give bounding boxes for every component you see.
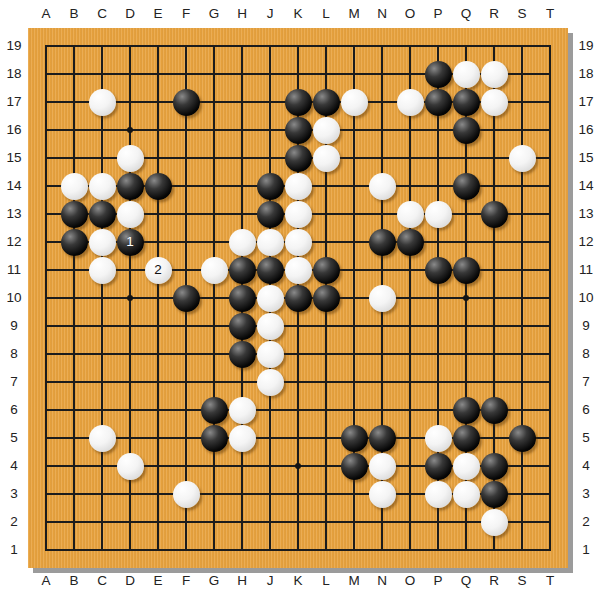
intersection-A5[interactable] [32, 424, 60, 452]
intersection-S11[interactable] [508, 256, 536, 284]
intersection-E14[interactable] [144, 172, 172, 200]
intersection-A2[interactable] [32, 508, 60, 536]
intersection-F19[interactable] [172, 32, 200, 60]
intersection-H2[interactable] [228, 508, 256, 536]
intersection-F5[interactable] [172, 424, 200, 452]
intersection-R12[interactable] [480, 228, 508, 256]
intersection-B13[interactable] [60, 200, 88, 228]
intersection-R14[interactable] [480, 172, 508, 200]
intersection-N4[interactable] [368, 452, 396, 480]
intersection-L2[interactable] [312, 508, 340, 536]
intersection-B2[interactable] [60, 508, 88, 536]
intersection-T1[interactable] [536, 536, 564, 564]
intersection-G4[interactable] [200, 452, 228, 480]
intersection-Q6[interactable] [452, 396, 480, 424]
intersection-G12[interactable] [200, 228, 228, 256]
intersection-N8[interactable] [368, 340, 396, 368]
intersection-K5[interactable] [284, 424, 312, 452]
intersection-C18[interactable] [88, 60, 116, 88]
intersection-M15[interactable] [340, 144, 368, 172]
intersection-N19[interactable] [368, 32, 396, 60]
intersection-S14[interactable] [508, 172, 536, 200]
intersection-K6[interactable] [284, 396, 312, 424]
intersection-C1[interactable] [88, 536, 116, 564]
intersection-P11[interactable] [424, 256, 452, 284]
intersection-N15[interactable] [368, 144, 396, 172]
intersection-O18[interactable] [396, 60, 424, 88]
intersection-R4[interactable] [480, 452, 508, 480]
intersection-D9[interactable] [116, 312, 144, 340]
intersection-M6[interactable] [340, 396, 368, 424]
intersection-K14[interactable] [284, 172, 312, 200]
intersection-N2[interactable] [368, 508, 396, 536]
intersection-P5[interactable] [424, 424, 452, 452]
intersection-K9[interactable] [284, 312, 312, 340]
intersection-F10[interactable] [172, 284, 200, 312]
intersection-Q3[interactable] [452, 480, 480, 508]
intersection-K1[interactable] [284, 536, 312, 564]
intersection-D1[interactable] [116, 536, 144, 564]
intersection-T16[interactable] [536, 116, 564, 144]
intersection-S6[interactable] [508, 396, 536, 424]
intersection-M16[interactable] [340, 116, 368, 144]
intersection-Q5[interactable] [452, 424, 480, 452]
intersection-L10[interactable] [312, 284, 340, 312]
intersection-L7[interactable] [312, 368, 340, 396]
intersection-L12[interactable] [312, 228, 340, 256]
intersection-H9[interactable] [228, 312, 256, 340]
intersection-J9[interactable] [256, 312, 284, 340]
intersection-D7[interactable] [116, 368, 144, 396]
intersection-C19[interactable] [88, 32, 116, 60]
intersection-P7[interactable] [424, 368, 452, 396]
intersection-A1[interactable] [32, 536, 60, 564]
intersection-G7[interactable] [200, 368, 228, 396]
intersection-B1[interactable] [60, 536, 88, 564]
intersection-E6[interactable] [144, 396, 172, 424]
intersection-R8[interactable] [480, 340, 508, 368]
intersection-A4[interactable] [32, 452, 60, 480]
intersection-T7[interactable] [536, 368, 564, 396]
intersection-T6[interactable] [536, 396, 564, 424]
intersection-P4[interactable] [424, 452, 452, 480]
intersection-O15[interactable] [396, 144, 424, 172]
intersection-H14[interactable] [228, 172, 256, 200]
intersection-E15[interactable] [144, 144, 172, 172]
intersection-G5[interactable] [200, 424, 228, 452]
intersection-N7[interactable] [368, 368, 396, 396]
intersection-E13[interactable] [144, 200, 172, 228]
intersection-S10[interactable] [508, 284, 536, 312]
intersection-J15[interactable] [256, 144, 284, 172]
intersection-O13[interactable] [396, 200, 424, 228]
intersection-J3[interactable] [256, 480, 284, 508]
intersection-M18[interactable] [340, 60, 368, 88]
intersection-A19[interactable] [32, 32, 60, 60]
intersection-J19[interactable] [256, 32, 284, 60]
intersection-T18[interactable] [536, 60, 564, 88]
intersection-D4[interactable] [116, 452, 144, 480]
intersection-F3[interactable] [172, 480, 200, 508]
intersection-C13[interactable] [88, 200, 116, 228]
intersection-D16[interactable] [116, 116, 144, 144]
intersection-Q11[interactable] [452, 256, 480, 284]
intersection-L14[interactable] [312, 172, 340, 200]
intersection-L6[interactable] [312, 396, 340, 424]
intersection-H1[interactable] [228, 536, 256, 564]
intersection-B5[interactable] [60, 424, 88, 452]
intersection-B11[interactable] [60, 256, 88, 284]
intersection-L11[interactable] [312, 256, 340, 284]
intersection-E1[interactable] [144, 536, 172, 564]
intersection-G18[interactable] [200, 60, 228, 88]
intersection-G13[interactable] [200, 200, 228, 228]
intersection-R7[interactable] [480, 368, 508, 396]
intersection-P13[interactable] [424, 200, 452, 228]
intersection-G11[interactable] [200, 256, 228, 284]
intersection-R3[interactable] [480, 480, 508, 508]
intersection-K13[interactable] [284, 200, 312, 228]
intersection-P19[interactable] [424, 32, 452, 60]
intersection-L9[interactable] [312, 312, 340, 340]
intersection-T8[interactable] [536, 340, 564, 368]
intersection-K10[interactable] [284, 284, 312, 312]
intersection-F4[interactable] [172, 452, 200, 480]
intersection-T10[interactable] [536, 284, 564, 312]
intersection-H7[interactable] [228, 368, 256, 396]
intersection-A12[interactable] [32, 228, 60, 256]
intersection-Q15[interactable] [452, 144, 480, 172]
intersection-D6[interactable] [116, 396, 144, 424]
intersection-R19[interactable] [480, 32, 508, 60]
intersection-C9[interactable] [88, 312, 116, 340]
intersection-T5[interactable] [536, 424, 564, 452]
intersection-Q4[interactable] [452, 452, 480, 480]
intersection-F14[interactable] [172, 172, 200, 200]
intersection-P8[interactable] [424, 340, 452, 368]
intersection-Q13[interactable] [452, 200, 480, 228]
intersection-Q17[interactable] [452, 88, 480, 116]
intersection-D2[interactable] [116, 508, 144, 536]
intersection-G6[interactable] [200, 396, 228, 424]
intersection-D8[interactable] [116, 340, 144, 368]
intersection-E7[interactable] [144, 368, 172, 396]
intersection-H18[interactable] [228, 60, 256, 88]
intersection-M9[interactable] [340, 312, 368, 340]
intersection-F15[interactable] [172, 144, 200, 172]
intersection-G3[interactable] [200, 480, 228, 508]
intersection-J6[interactable] [256, 396, 284, 424]
intersection-K8[interactable] [284, 340, 312, 368]
intersection-L5[interactable] [312, 424, 340, 452]
intersection-A9[interactable] [32, 312, 60, 340]
intersection-B14[interactable] [60, 172, 88, 200]
intersection-S9[interactable] [508, 312, 536, 340]
intersection-D3[interactable] [116, 480, 144, 508]
intersection-S16[interactable] [508, 116, 536, 144]
intersection-A7[interactable] [32, 368, 60, 396]
intersection-E12[interactable] [144, 228, 172, 256]
intersection-H12[interactable] [228, 228, 256, 256]
intersection-K2[interactable] [284, 508, 312, 536]
intersection-J4[interactable] [256, 452, 284, 480]
intersection-J17[interactable] [256, 88, 284, 116]
intersection-P15[interactable] [424, 144, 452, 172]
intersection-J16[interactable] [256, 116, 284, 144]
intersection-D19[interactable] [116, 32, 144, 60]
intersection-S12[interactable] [508, 228, 536, 256]
intersection-B12[interactable] [60, 228, 88, 256]
intersection-A13[interactable] [32, 200, 60, 228]
intersection-N13[interactable] [368, 200, 396, 228]
intersection-P2[interactable] [424, 508, 452, 536]
intersection-R6[interactable] [480, 396, 508, 424]
intersection-O12[interactable] [396, 228, 424, 256]
intersection-E8[interactable] [144, 340, 172, 368]
intersection-D18[interactable] [116, 60, 144, 88]
intersection-O10[interactable] [396, 284, 424, 312]
intersection-R16[interactable] [480, 116, 508, 144]
intersection-Q12[interactable] [452, 228, 480, 256]
intersection-H10[interactable] [228, 284, 256, 312]
intersection-O4[interactable] [396, 452, 424, 480]
intersection-L15[interactable] [312, 144, 340, 172]
intersection-E9[interactable] [144, 312, 172, 340]
intersection-O17[interactable] [396, 88, 424, 116]
intersection-S4[interactable] [508, 452, 536, 480]
intersection-A18[interactable] [32, 60, 60, 88]
intersection-K19[interactable] [284, 32, 312, 60]
intersection-H8[interactable] [228, 340, 256, 368]
intersection-Q8[interactable] [452, 340, 480, 368]
intersection-N3[interactable] [368, 480, 396, 508]
intersection-J14[interactable] [256, 172, 284, 200]
intersection-R10[interactable] [480, 284, 508, 312]
intersection-S18[interactable] [508, 60, 536, 88]
intersection-C2[interactable] [88, 508, 116, 536]
intersection-A10[interactable] [32, 284, 60, 312]
intersection-T19[interactable] [536, 32, 564, 60]
intersection-P6[interactable] [424, 396, 452, 424]
intersection-C8[interactable] [88, 340, 116, 368]
intersection-K4[interactable] [284, 452, 312, 480]
intersection-P1[interactable] [424, 536, 452, 564]
intersection-C11[interactable] [88, 256, 116, 284]
intersection-T15[interactable] [536, 144, 564, 172]
intersection-E11[interactable]: 2 [144, 256, 172, 284]
intersection-M12[interactable] [340, 228, 368, 256]
intersection-K18[interactable] [284, 60, 312, 88]
intersection-O5[interactable] [396, 424, 424, 452]
intersection-R9[interactable] [480, 312, 508, 340]
intersection-L18[interactable] [312, 60, 340, 88]
intersection-B15[interactable] [60, 144, 88, 172]
intersection-D15[interactable] [116, 144, 144, 172]
intersection-Q7[interactable] [452, 368, 480, 396]
intersection-L19[interactable] [312, 32, 340, 60]
intersection-N6[interactable] [368, 396, 396, 424]
intersection-J2[interactable] [256, 508, 284, 536]
intersection-H6[interactable] [228, 396, 256, 424]
intersection-F18[interactable] [172, 60, 200, 88]
intersection-B9[interactable] [60, 312, 88, 340]
intersection-G15[interactable] [200, 144, 228, 172]
intersection-R15[interactable] [480, 144, 508, 172]
intersection-L16[interactable] [312, 116, 340, 144]
intersection-H11[interactable] [228, 256, 256, 284]
go-board-grid[interactable]: 12 [32, 32, 564, 564]
intersection-J13[interactable] [256, 200, 284, 228]
intersection-K15[interactable] [284, 144, 312, 172]
intersection-J1[interactable] [256, 536, 284, 564]
intersection-Q19[interactable] [452, 32, 480, 60]
intersection-M1[interactable] [340, 536, 368, 564]
intersection-G1[interactable] [200, 536, 228, 564]
intersection-F7[interactable] [172, 368, 200, 396]
intersection-C6[interactable] [88, 396, 116, 424]
intersection-M3[interactable] [340, 480, 368, 508]
intersection-T17[interactable] [536, 88, 564, 116]
intersection-T11[interactable] [536, 256, 564, 284]
intersection-F2[interactable] [172, 508, 200, 536]
intersection-E3[interactable] [144, 480, 172, 508]
intersection-C3[interactable] [88, 480, 116, 508]
intersection-O6[interactable] [396, 396, 424, 424]
intersection-P9[interactable] [424, 312, 452, 340]
intersection-K12[interactable] [284, 228, 312, 256]
intersection-R13[interactable] [480, 200, 508, 228]
intersection-B4[interactable] [60, 452, 88, 480]
intersection-E16[interactable] [144, 116, 172, 144]
intersection-C7[interactable] [88, 368, 116, 396]
intersection-N10[interactable] [368, 284, 396, 312]
intersection-G16[interactable] [200, 116, 228, 144]
intersection-F9[interactable] [172, 312, 200, 340]
intersection-O7[interactable] [396, 368, 424, 396]
intersection-D5[interactable] [116, 424, 144, 452]
intersection-T12[interactable] [536, 228, 564, 256]
intersection-C4[interactable] [88, 452, 116, 480]
intersection-D12[interactable]: 1 [116, 228, 144, 256]
intersection-Q18[interactable] [452, 60, 480, 88]
intersection-E10[interactable] [144, 284, 172, 312]
intersection-A17[interactable] [32, 88, 60, 116]
intersection-B10[interactable] [60, 284, 88, 312]
intersection-Q9[interactable] [452, 312, 480, 340]
intersection-S3[interactable] [508, 480, 536, 508]
intersection-F17[interactable] [172, 88, 200, 116]
intersection-Q14[interactable] [452, 172, 480, 200]
intersection-T9[interactable] [536, 312, 564, 340]
intersection-J8[interactable] [256, 340, 284, 368]
intersection-C14[interactable] [88, 172, 116, 200]
intersection-K17[interactable] [284, 88, 312, 116]
intersection-S2[interactable] [508, 508, 536, 536]
intersection-P14[interactable] [424, 172, 452, 200]
intersection-O2[interactable] [396, 508, 424, 536]
intersection-S7[interactable] [508, 368, 536, 396]
intersection-R11[interactable] [480, 256, 508, 284]
intersection-M4[interactable] [340, 452, 368, 480]
intersection-H19[interactable] [228, 32, 256, 60]
intersection-K11[interactable] [284, 256, 312, 284]
intersection-Q2[interactable] [452, 508, 480, 536]
intersection-R2[interactable] [480, 508, 508, 536]
intersection-M8[interactable] [340, 340, 368, 368]
intersection-S1[interactable] [508, 536, 536, 564]
intersection-S15[interactable] [508, 144, 536, 172]
intersection-B18[interactable] [60, 60, 88, 88]
intersection-O19[interactable] [396, 32, 424, 60]
intersection-F16[interactable] [172, 116, 200, 144]
intersection-S8[interactable] [508, 340, 536, 368]
intersection-T2[interactable] [536, 508, 564, 536]
intersection-G14[interactable] [200, 172, 228, 200]
intersection-B6[interactable] [60, 396, 88, 424]
intersection-K3[interactable] [284, 480, 312, 508]
intersection-N16[interactable] [368, 116, 396, 144]
intersection-M2[interactable] [340, 508, 368, 536]
intersection-M7[interactable] [340, 368, 368, 396]
intersection-H3[interactable] [228, 480, 256, 508]
intersection-O1[interactable] [396, 536, 424, 564]
intersection-M19[interactable] [340, 32, 368, 60]
intersection-L17[interactable] [312, 88, 340, 116]
intersection-J5[interactable] [256, 424, 284, 452]
intersection-P10[interactable] [424, 284, 452, 312]
intersection-G19[interactable] [200, 32, 228, 60]
intersection-B3[interactable] [60, 480, 88, 508]
intersection-F8[interactable] [172, 340, 200, 368]
intersection-M13[interactable] [340, 200, 368, 228]
intersection-E17[interactable] [144, 88, 172, 116]
intersection-L8[interactable] [312, 340, 340, 368]
intersection-O3[interactable] [396, 480, 424, 508]
intersection-D11[interactable] [116, 256, 144, 284]
intersection-B16[interactable] [60, 116, 88, 144]
intersection-N12[interactable] [368, 228, 396, 256]
intersection-S13[interactable] [508, 200, 536, 228]
intersection-P18[interactable] [424, 60, 452, 88]
intersection-L4[interactable] [312, 452, 340, 480]
intersection-P3[interactable] [424, 480, 452, 508]
intersection-E2[interactable] [144, 508, 172, 536]
intersection-M14[interactable] [340, 172, 368, 200]
intersection-D14[interactable] [116, 172, 144, 200]
intersection-A15[interactable] [32, 144, 60, 172]
intersection-G2[interactable] [200, 508, 228, 536]
intersection-A16[interactable] [32, 116, 60, 144]
intersection-H13[interactable] [228, 200, 256, 228]
intersection-O11[interactable] [396, 256, 424, 284]
intersection-B17[interactable] [60, 88, 88, 116]
intersection-P12[interactable] [424, 228, 452, 256]
intersection-F6[interactable] [172, 396, 200, 424]
intersection-C10[interactable] [88, 284, 116, 312]
intersection-A3[interactable] [32, 480, 60, 508]
intersection-M17[interactable] [340, 88, 368, 116]
intersection-A11[interactable] [32, 256, 60, 284]
intersection-J7[interactable] [256, 368, 284, 396]
intersection-K7[interactable] [284, 368, 312, 396]
intersection-F11[interactable] [172, 256, 200, 284]
intersection-J18[interactable] [256, 60, 284, 88]
intersection-Q10[interactable] [452, 284, 480, 312]
intersection-E5[interactable] [144, 424, 172, 452]
intersection-E18[interactable] [144, 60, 172, 88]
intersection-O9[interactable] [396, 312, 424, 340]
intersection-P16[interactable] [424, 116, 452, 144]
